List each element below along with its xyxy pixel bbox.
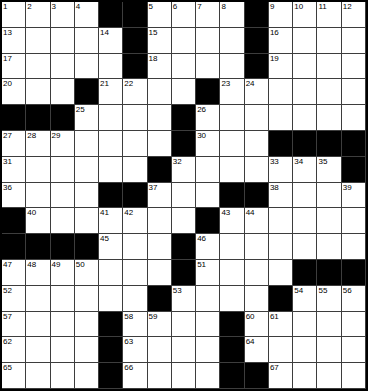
- black-cell: [2, 105, 26, 131]
- white-cell[interactable]: 56: [342, 286, 366, 312]
- clue-number: 37: [149, 183, 158, 192]
- white-cell[interactable]: [26, 157, 50, 183]
- white-cell[interactable]: [220, 260, 244, 286]
- white-cell[interactable]: [123, 260, 147, 286]
- white-cell[interactable]: 67: [269, 363, 293, 389]
- white-cell[interactable]: [220, 54, 244, 80]
- white-cell[interactable]: 50: [75, 260, 99, 286]
- clue-number: 2: [27, 2, 31, 11]
- clue-number: 61: [270, 312, 279, 321]
- black-cell: [245, 363, 269, 389]
- clue-number: 21: [100, 79, 109, 88]
- white-cell[interactable]: 40: [26, 208, 50, 234]
- clue-number: 25: [76, 105, 85, 114]
- white-cell[interactable]: [220, 157, 244, 183]
- white-cell[interactable]: [148, 105, 172, 131]
- white-cell[interactable]: [342, 79, 366, 105]
- white-cell[interactable]: [172, 28, 196, 54]
- clue-number: 42: [124, 208, 133, 217]
- clue-number: 3: [52, 2, 56, 11]
- clue-number: 15: [149, 28, 158, 37]
- white-cell[interactable]: [148, 79, 172, 105]
- white-cell[interactable]: [51, 286, 75, 312]
- clue-number: 66: [124, 363, 133, 372]
- white-cell[interactable]: 5: [148, 2, 172, 28]
- white-cell[interactable]: [26, 28, 50, 54]
- white-cell[interactable]: [317, 183, 341, 209]
- black-cell: [196, 79, 220, 105]
- black-cell: [317, 131, 341, 157]
- white-cell[interactable]: 10: [293, 2, 317, 28]
- white-cell[interactable]: [75, 54, 99, 80]
- white-cell[interactable]: [220, 234, 244, 260]
- white-cell[interactable]: [99, 286, 123, 312]
- white-cell[interactable]: [196, 183, 220, 209]
- white-cell[interactable]: 29: [51, 131, 75, 157]
- white-cell[interactable]: [26, 363, 50, 389]
- black-cell: [342, 131, 366, 157]
- white-cell[interactable]: [123, 234, 147, 260]
- white-cell[interactable]: [172, 54, 196, 80]
- white-cell[interactable]: [293, 54, 317, 80]
- white-cell[interactable]: 62: [2, 337, 26, 363]
- white-cell[interactable]: 41: [99, 208, 123, 234]
- white-cell[interactable]: [293, 79, 317, 105]
- white-cell[interactable]: [293, 363, 317, 389]
- white-cell[interactable]: [51, 183, 75, 209]
- white-cell[interactable]: [317, 54, 341, 80]
- clue-number: 43: [221, 208, 230, 217]
- clue-number: 26: [197, 105, 206, 114]
- white-cell[interactable]: [26, 337, 50, 363]
- white-cell[interactable]: 8: [220, 2, 244, 28]
- white-cell[interactable]: 9: [269, 2, 293, 28]
- black-cell: [26, 105, 50, 131]
- white-cell[interactable]: [75, 131, 99, 157]
- white-cell[interactable]: [220, 131, 244, 157]
- white-cell[interactable]: 57: [2, 312, 26, 338]
- white-cell[interactable]: [269, 260, 293, 286]
- white-cell[interactable]: [75, 286, 99, 312]
- white-cell[interactable]: [123, 157, 147, 183]
- white-cell[interactable]: 60: [245, 312, 269, 338]
- white-cell[interactable]: [51, 54, 75, 80]
- black-cell: [99, 363, 123, 389]
- white-cell[interactable]: 20: [2, 79, 26, 105]
- white-cell[interactable]: 13: [2, 28, 26, 54]
- white-cell[interactable]: [196, 286, 220, 312]
- black-cell: [220, 363, 244, 389]
- clue-number: 53: [173, 286, 182, 295]
- clue-number: 56: [343, 286, 352, 295]
- clue-number: 8: [221, 2, 225, 11]
- white-cell[interactable]: 22: [123, 79, 147, 105]
- black-cell: [75, 79, 99, 105]
- white-cell[interactable]: 28: [26, 131, 50, 157]
- white-cell[interactable]: [245, 260, 269, 286]
- white-cell[interactable]: 27: [2, 131, 26, 157]
- white-cell[interactable]: [317, 105, 341, 131]
- white-cell[interactable]: 46: [196, 234, 220, 260]
- white-cell[interactable]: [123, 105, 147, 131]
- clue-number: 57: [3, 312, 12, 321]
- white-cell[interactable]: [269, 234, 293, 260]
- black-cell: [172, 234, 196, 260]
- clue-number: 46: [197, 234, 206, 243]
- white-cell[interactable]: 25: [75, 105, 99, 131]
- clue-number: 4: [76, 2, 80, 11]
- white-cell[interactable]: [172, 183, 196, 209]
- white-cell[interactable]: 23: [220, 79, 244, 105]
- white-cell[interactable]: 66: [123, 363, 147, 389]
- white-cell[interactable]: 45: [99, 234, 123, 260]
- white-cell[interactable]: [342, 208, 366, 234]
- white-cell[interactable]: 15: [148, 28, 172, 54]
- clue-number: 48: [27, 260, 36, 269]
- clue-number: 9: [270, 2, 274, 11]
- white-cell[interactable]: [293, 105, 317, 131]
- white-cell[interactable]: [220, 105, 244, 131]
- black-cell: [220, 337, 244, 363]
- clue-number: 29: [52, 131, 61, 140]
- white-cell[interactable]: [317, 234, 341, 260]
- black-cell: [245, 28, 269, 54]
- white-cell[interactable]: [293, 234, 317, 260]
- white-cell[interactable]: [172, 363, 196, 389]
- white-cell[interactable]: [342, 54, 366, 80]
- clue-number: 34: [294, 157, 303, 166]
- white-cell[interactable]: [148, 208, 172, 234]
- white-cell[interactable]: 47: [2, 260, 26, 286]
- white-cell[interactable]: [148, 131, 172, 157]
- clue-number: 40: [27, 208, 36, 217]
- white-cell[interactable]: [172, 79, 196, 105]
- white-cell[interactable]: 16: [269, 28, 293, 54]
- black-cell: [26, 234, 50, 260]
- black-cell: [293, 260, 317, 286]
- clue-number: 5: [149, 2, 153, 11]
- white-cell[interactable]: [51, 208, 75, 234]
- white-cell[interactable]: [269, 337, 293, 363]
- white-cell[interactable]: [75, 363, 99, 389]
- white-cell[interactable]: 38: [269, 183, 293, 209]
- white-cell[interactable]: 52: [2, 286, 26, 312]
- white-cell[interactable]: 14: [99, 28, 123, 54]
- white-cell[interactable]: [342, 28, 366, 54]
- white-cell[interactable]: [26, 54, 50, 80]
- white-cell[interactable]: [148, 260, 172, 286]
- clue-number: 63: [124, 337, 133, 346]
- white-cell[interactable]: [245, 234, 269, 260]
- black-cell: [51, 234, 75, 260]
- clue-number: 30: [197, 131, 206, 140]
- white-cell[interactable]: [75, 28, 99, 54]
- clue-number: 1: [3, 2, 7, 11]
- black-cell: [172, 131, 196, 157]
- clue-number: 35: [318, 157, 327, 166]
- clue-number: 14: [100, 28, 109, 37]
- white-cell[interactable]: [75, 157, 99, 183]
- white-cell[interactable]: [196, 54, 220, 80]
- black-cell: [148, 286, 172, 312]
- white-cell[interactable]: 1: [2, 2, 26, 28]
- white-cell[interactable]: [99, 157, 123, 183]
- white-cell[interactable]: [51, 312, 75, 338]
- clue-number: 64: [246, 337, 255, 346]
- clue-number: 6: [173, 2, 177, 11]
- black-cell: [99, 337, 123, 363]
- white-cell[interactable]: [172, 337, 196, 363]
- black-cell: [269, 286, 293, 312]
- clue-number: 52: [3, 286, 12, 295]
- white-cell[interactable]: [51, 79, 75, 105]
- white-cell[interactable]: [148, 363, 172, 389]
- black-cell: [220, 312, 244, 338]
- white-cell[interactable]: [75, 208, 99, 234]
- clue-number: 39: [343, 183, 352, 192]
- black-cell: [317, 260, 341, 286]
- clue-number: 19: [270, 54, 279, 63]
- black-cell: [99, 312, 123, 338]
- white-cell[interactable]: [342, 105, 366, 131]
- white-cell[interactable]: [196, 363, 220, 389]
- white-cell[interactable]: [342, 234, 366, 260]
- clue-number: 18: [149, 54, 158, 63]
- white-cell[interactable]: 65: [2, 363, 26, 389]
- white-cell[interactable]: [196, 28, 220, 54]
- white-cell[interactable]: [196, 337, 220, 363]
- clue-number: 17: [3, 54, 12, 63]
- white-cell[interactable]: [26, 286, 50, 312]
- black-cell: [123, 28, 147, 54]
- clue-number: 7: [197, 2, 201, 11]
- white-cell[interactable]: [172, 208, 196, 234]
- white-cell[interactable]: [245, 131, 269, 157]
- crossword-board: 1234567891011121314151617181920212223242…: [0, 0, 368, 391]
- white-cell[interactable]: 35: [317, 157, 341, 183]
- clue-number: 32: [173, 157, 182, 166]
- white-cell[interactable]: 21: [99, 79, 123, 105]
- black-cell: [123, 54, 147, 80]
- white-cell[interactable]: 19: [269, 54, 293, 80]
- black-cell: [245, 54, 269, 80]
- white-cell[interactable]: [245, 157, 269, 183]
- clue-number: 60: [246, 312, 255, 321]
- white-cell[interactable]: [172, 312, 196, 338]
- white-cell[interactable]: 36: [2, 183, 26, 209]
- white-cell[interactable]: [51, 337, 75, 363]
- white-cell[interactable]: [245, 286, 269, 312]
- white-cell[interactable]: [293, 312, 317, 338]
- clue-number: 62: [3, 337, 12, 346]
- white-cell[interactable]: [99, 131, 123, 157]
- clue-number: 12: [343, 2, 352, 11]
- white-cell[interactable]: 32: [172, 157, 196, 183]
- white-cell[interactable]: 58: [123, 312, 147, 338]
- black-cell: [293, 131, 317, 157]
- clue-number: 38: [270, 183, 279, 192]
- black-cell: [269, 131, 293, 157]
- black-cell: [75, 234, 99, 260]
- white-cell[interactable]: [75, 312, 99, 338]
- black-cell: [196, 208, 220, 234]
- black-cell: [245, 2, 269, 28]
- white-cell[interactable]: 4: [75, 2, 99, 28]
- black-cell: [51, 105, 75, 131]
- clue-number: 67: [270, 363, 279, 372]
- black-cell: [342, 260, 366, 286]
- clue-number: 16: [270, 28, 279, 37]
- white-cell[interactable]: 51: [196, 260, 220, 286]
- white-cell[interactable]: [220, 28, 244, 54]
- clue-number: 55: [318, 286, 327, 295]
- clue-number: 41: [100, 208, 109, 217]
- black-cell: [342, 157, 366, 183]
- white-cell[interactable]: [342, 337, 366, 363]
- clue-number: 65: [3, 363, 12, 372]
- white-cell[interactable]: [99, 260, 123, 286]
- clue-number: 36: [3, 183, 12, 192]
- clue-number: 23: [221, 79, 230, 88]
- white-cell[interactable]: 30: [196, 131, 220, 157]
- black-cell: [99, 183, 123, 209]
- white-cell[interactable]: 49: [51, 260, 75, 286]
- clue-number: 27: [3, 131, 12, 140]
- white-cell[interactable]: [293, 208, 317, 234]
- clue-number: 33: [270, 157, 279, 166]
- black-cell: [123, 183, 147, 209]
- clue-number: 24: [246, 79, 255, 88]
- white-cell[interactable]: 43: [220, 208, 244, 234]
- clue-number: 28: [27, 131, 36, 140]
- white-cell[interactable]: 31: [2, 157, 26, 183]
- clue-number: 10: [294, 2, 303, 11]
- white-cell[interactable]: [51, 363, 75, 389]
- white-cell[interactable]: [26, 312, 50, 338]
- white-cell[interactable]: [75, 337, 99, 363]
- white-cell[interactable]: 63: [123, 337, 147, 363]
- white-cell[interactable]: 7: [196, 2, 220, 28]
- white-cell[interactable]: [123, 286, 147, 312]
- white-cell[interactable]: 6: [172, 2, 196, 28]
- clue-number: 22: [124, 79, 133, 88]
- black-cell: [123, 2, 147, 28]
- white-cell[interactable]: 39: [342, 183, 366, 209]
- white-cell[interactable]: 2: [26, 2, 50, 28]
- clue-number: 49: [52, 260, 61, 269]
- clue-number: 44: [246, 208, 255, 217]
- white-cell[interactable]: [317, 79, 341, 105]
- black-cell: [99, 2, 123, 28]
- white-cell[interactable]: 59: [148, 312, 172, 338]
- white-cell[interactable]: [51, 28, 75, 54]
- white-cell[interactable]: [148, 337, 172, 363]
- clue-number: 50: [76, 260, 85, 269]
- white-cell[interactable]: [99, 105, 123, 131]
- white-cell[interactable]: [342, 312, 366, 338]
- white-cell[interactable]: 55: [317, 286, 341, 312]
- white-cell[interactable]: [99, 54, 123, 80]
- white-cell[interactable]: 11: [317, 2, 341, 28]
- clue-number: 13: [3, 28, 12, 37]
- white-cell[interactable]: 53: [172, 286, 196, 312]
- white-cell[interactable]: 54: [293, 286, 317, 312]
- white-cell[interactable]: [317, 28, 341, 54]
- white-cell[interactable]: 33: [269, 157, 293, 183]
- white-cell[interactable]: [196, 157, 220, 183]
- clue-number: 45: [100, 234, 109, 243]
- clue-number: 51: [197, 260, 206, 269]
- white-cell[interactable]: [75, 183, 99, 209]
- white-cell[interactable]: [269, 208, 293, 234]
- white-cell[interactable]: [293, 183, 317, 209]
- white-cell[interactable]: 42: [123, 208, 147, 234]
- black-cell: [220, 183, 244, 209]
- white-cell[interactable]: 61: [269, 312, 293, 338]
- clue-number: 58: [124, 312, 133, 321]
- black-cell: [245, 183, 269, 209]
- black-cell: [172, 105, 196, 131]
- black-cell: [172, 260, 196, 286]
- white-cell[interactable]: 24: [245, 79, 269, 105]
- white-cell[interactable]: [123, 131, 147, 157]
- white-cell[interactable]: [148, 234, 172, 260]
- black-cell: [148, 157, 172, 183]
- white-cell[interactable]: 18: [148, 54, 172, 80]
- white-cell[interactable]: 34: [293, 157, 317, 183]
- white-cell[interactable]: [220, 286, 244, 312]
- white-cell[interactable]: [342, 363, 366, 389]
- clue-number: 20: [3, 79, 12, 88]
- white-cell[interactable]: 12: [342, 2, 366, 28]
- white-cell[interactable]: [51, 157, 75, 183]
- white-cell[interactable]: [26, 79, 50, 105]
- white-cell[interactable]: [245, 105, 269, 131]
- white-cell[interactable]: [293, 28, 317, 54]
- white-cell[interactable]: [269, 79, 293, 105]
- clue-number: 31: [3, 157, 12, 166]
- white-cell[interactable]: [196, 312, 220, 338]
- white-cell[interactable]: [317, 363, 341, 389]
- white-cell[interactable]: 37: [148, 183, 172, 209]
- white-cell[interactable]: [26, 183, 50, 209]
- white-cell[interactable]: [269, 105, 293, 131]
- white-cell[interactable]: [317, 208, 341, 234]
- white-cell[interactable]: 44: [245, 208, 269, 234]
- clue-number: 47: [3, 260, 12, 269]
- white-cell[interactable]: 48: [26, 260, 50, 286]
- white-cell[interactable]: 64: [245, 337, 269, 363]
- white-cell[interactable]: [293, 337, 317, 363]
- clue-number: 54: [294, 286, 303, 295]
- clue-number: 11: [318, 2, 326, 11]
- white-cell[interactable]: 26: [196, 105, 220, 131]
- white-cell[interactable]: [317, 312, 341, 338]
- black-cell: [2, 234, 26, 260]
- white-cell[interactable]: 3: [51, 2, 75, 28]
- white-cell[interactable]: 17: [2, 54, 26, 80]
- black-cell: [2, 208, 26, 234]
- clue-number: 59: [149, 312, 158, 321]
- white-cell[interactable]: [317, 337, 341, 363]
